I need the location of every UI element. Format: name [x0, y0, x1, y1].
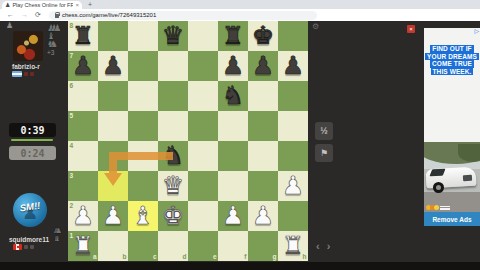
top-badge-icon — [24, 72, 28, 76]
piece-white-pawn[interactable]: ♟ — [278, 171, 308, 201]
square-c2[interactable]: ♝ — [128, 201, 158, 231]
bottom-badge-icon — [30, 245, 34, 249]
piece-black-knight[interactable]: ♞ — [218, 81, 248, 111]
square-b7[interactable]: ♟ — [98, 51, 128, 81]
address-bar[interactable]: chess.com/game/live/72649315201 — [49, 11, 317, 20]
piece-black-king[interactable]: ♚ — [248, 21, 278, 51]
bottom-strip — [0, 262, 480, 270]
square-g7[interactable]: ♟ — [248, 51, 278, 81]
square-h4[interactable] — [278, 141, 308, 171]
square-c1[interactable]: c — [128, 231, 158, 261]
top-player-name[interactable]: fabrizio-r — [12, 63, 40, 70]
tab-title: Play Chess Online for FREE... — [12, 2, 73, 8]
ad-headline: FIND OUT IF YOUR DREAMS COME TRUE THIS W… — [424, 45, 480, 75]
reload-icon[interactable]: ⟳ — [35, 10, 41, 20]
square-c4[interactable] — [128, 141, 158, 171]
captured-piece-group: ♝♝ — [53, 235, 62, 243]
square-f2[interactable]: ♟ — [218, 201, 248, 231]
forward-icon[interactable]: → — [21, 10, 28, 20]
square-e2[interactable] — [188, 201, 218, 231]
square-d4[interactable]: ♞ — [158, 141, 188, 171]
square-d6[interactable] — [158, 81, 188, 111]
red-white-flag-icon — [13, 244, 22, 250]
square-f1[interactable]: f — [218, 231, 248, 261]
square-d2[interactable]: ♚ — [158, 201, 188, 231]
square-f8[interactable]: ♜ — [218, 21, 248, 51]
ad-headline-line: FIND OUT IF — [430, 45, 473, 53]
back-icon[interactable]: ← — [7, 10, 14, 20]
rank-label: 5 — [70, 112, 74, 119]
argentina-flag-icon — [12, 71, 22, 77]
ad-headline-line: THIS WEEK. — [431, 68, 474, 76]
square-g5[interactable] — [248, 111, 278, 141]
piece-black-pawn[interactable]: ♟ — [68, 51, 98, 81]
top-player-avatar[interactable] — [13, 31, 43, 61]
chess-board[interactable]: 8♜♛♜♚7♟♟♟♟♟6♞54♞3♛♟2♟♟♝♚♟♟1a♜bcdefgh♜ — [68, 21, 308, 261]
piece-white-pawn[interactable]: ♟ — [98, 201, 128, 231]
square-d5[interactable] — [158, 111, 188, 141]
ad-car-image — [424, 142, 480, 213]
ad-close-button[interactable]: × — [407, 25, 415, 33]
rank-label: 3 — [70, 172, 74, 179]
square-d8[interactable]: ♛ — [158, 21, 188, 51]
lock-icon — [55, 14, 59, 18]
board-area: 8♜♛♜♚7♟♟♟♟♟6♞54♞3♛♟2♟♟♝♚♟♟1a♜bcdefgh♜ — [68, 21, 308, 261]
square-b1[interactable]: b — [98, 231, 128, 261]
browser-tab[interactable]: ♟ Play Chess Online for FREE... × — [2, 1, 82, 9]
file-label: g — [273, 253, 277, 260]
square-f7[interactable]: ♟ — [218, 51, 248, 81]
prev-move-button[interactable]: ‹ — [316, 240, 320, 252]
pch-logo — [426, 205, 450, 210]
piece-black-pawn[interactable]: ♟ — [218, 51, 248, 81]
square-e4[interactable] — [188, 141, 218, 171]
square-a8[interactable]: 8♜ — [68, 21, 98, 51]
square-e1[interactable]: e — [188, 231, 218, 261]
piece-white-queen[interactable]: ♛ — [158, 171, 188, 201]
bottom-player-name[interactable]: squidmore11 — [9, 236, 49, 243]
square-e7[interactable] — [188, 51, 218, 81]
chess-page: ♟ ♟♟♟♝♞♞+3 fabrizio-r 0:39 0:24 ♟ SM!! s… — [0, 21, 480, 262]
square-f5[interactable] — [218, 111, 248, 141]
square-e6[interactable] — [188, 81, 218, 111]
bottom-badge-icon — [24, 245, 28, 249]
square-h7[interactable]: ♟ — [278, 51, 308, 81]
square-a5[interactable]: 5 — [68, 111, 98, 141]
piece-white-pawn[interactable]: ♟ — [218, 201, 248, 231]
resign-flag-icon: ⚑ — [320, 148, 328, 158]
piece-black-pawn[interactable]: ♟ — [98, 51, 128, 81]
bottom-player-avatar[interactable]: ♟ SM!! — [13, 193, 47, 227]
square-g4[interactable] — [248, 141, 278, 171]
top-player-flag-row — [12, 71, 34, 77]
square-b3[interactable] — [98, 171, 128, 201]
square-g1[interactable]: g — [248, 231, 278, 261]
square-h1[interactable]: h♜ — [278, 231, 308, 261]
resign-button[interactable]: ⚑ — [315, 144, 333, 162]
player-color-pawn-icon: ♟ — [6, 22, 13, 30]
square-a2[interactable]: 2♟ — [68, 201, 98, 231]
square-d1[interactable]: d — [158, 231, 188, 261]
square-h8[interactable] — [278, 21, 308, 51]
file-label: b — [123, 253, 127, 260]
piece-black-rook[interactable]: ♜ — [68, 21, 98, 51]
square-f6[interactable]: ♞ — [218, 81, 248, 111]
square-h2[interactable] — [278, 201, 308, 231]
square-h5[interactable] — [278, 111, 308, 141]
piece-white-king[interactable]: ♚ — [158, 201, 188, 231]
square-c5[interactable] — [128, 111, 158, 141]
chess-favicon-icon: ♟ — [5, 2, 10, 8]
square-a7[interactable]: 7♟ — [68, 51, 98, 81]
square-a3[interactable]: 3 — [68, 171, 98, 201]
square-d3[interactable]: ♛ — [158, 171, 188, 201]
avatar-monogram: SM!! — [14, 199, 45, 214]
draw-offer-button[interactable]: ½ — [315, 122, 333, 140]
piece-white-pawn[interactable]: ♟ — [68, 201, 98, 231]
bottom-captured-pieces: ♟♟♟♝♝ — [53, 227, 62, 243]
square-c7[interactable] — [128, 51, 158, 81]
material-advantage: +3 — [47, 49, 65, 56]
square-c3[interactable] — [128, 171, 158, 201]
url-text[interactable]: chess.com/game/live/72649315201 — [62, 12, 156, 18]
square-c8[interactable] — [128, 21, 158, 51]
square-e5[interactable] — [188, 111, 218, 141]
car-hub-graphic — [436, 185, 441, 190]
browser-window: ♟ Play Chess Online for FREE... × + ← → … — [0, 0, 480, 270]
square-h3[interactable]: ♟ — [278, 171, 308, 201]
square-d7[interactable] — [158, 51, 188, 81]
browser-toolbar: ← → ⟳ chess.com/game/live/72649315201 — [0, 9, 480, 21]
square-e8[interactable] — [188, 21, 218, 51]
clock-progress-bar — [11, 139, 53, 141]
settings-gear-icon[interactable]: ⚙ — [312, 23, 319, 31]
captured-piece-group: ♟♟♟ — [53, 227, 62, 235]
piece-black-knight[interactable]: ♞ — [158, 141, 188, 171]
piece-white-rook[interactable]: ♜ — [68, 231, 98, 261]
square-f3[interactable] — [218, 171, 248, 201]
square-b4[interactable] — [98, 141, 128, 171]
square-g2[interactable]: ♟ — [248, 201, 278, 231]
bottom-player-clock: 0:24 — [9, 146, 56, 160]
rank-label: 4 — [70, 142, 74, 149]
piece-black-queen[interactable]: ♛ — [158, 21, 188, 51]
top-badge-icon — [30, 72, 34, 76]
new-tab-button[interactable]: + — [88, 1, 92, 9]
trees-graphic — [458, 144, 480, 162]
piece-white-pawn[interactable]: ♟ — [248, 201, 278, 231]
car-vent-graphic — [463, 175, 472, 181]
top-player-clock: 0:39 — [9, 123, 56, 137]
square-b5[interactable] — [98, 111, 128, 141]
file-label: d — [183, 253, 187, 260]
ad-headline-line: COME TRUE — [430, 60, 474, 68]
square-b6[interactable] — [98, 81, 128, 111]
piece-white-rook[interactable]: ♜ — [278, 231, 308, 261]
top-captured-pieces: ♟♟♟♝♞♞+3 — [47, 24, 65, 56]
square-g3[interactable] — [248, 171, 278, 201]
piece-white-bishop[interactable]: ♝ — [128, 201, 158, 231]
adchoices-icon[interactable]: ▷ — [474, 28, 479, 35]
piece-black-rook[interactable]: ♜ — [218, 21, 248, 51]
remove-ads-button[interactable]: Remove Ads — [424, 212, 480, 226]
square-g8[interactable]: ♚ — [248, 21, 278, 51]
square-a6[interactable]: 6 — [68, 81, 98, 111]
rank-label: 6 — [70, 82, 74, 89]
browser-tab-bar: ♟ Play Chess Online for FREE... × + — [0, 0, 480, 9]
file-label: c — [153, 253, 157, 260]
square-a1[interactable]: 1a♜ — [68, 231, 98, 261]
captured-knight-icon: ♞ — [50, 40, 58, 48]
file-label: f — [244, 253, 246, 260]
bottom-player-flag-row — [13, 244, 34, 250]
piece-black-pawn[interactable]: ♟ — [248, 51, 278, 81]
square-e3[interactable] — [188, 171, 218, 201]
captured-piece-group: ♞♞ — [47, 40, 65, 48]
file-label: e — [213, 253, 217, 260]
square-b2[interactable]: ♟ — [98, 201, 128, 231]
square-c6[interactable] — [128, 81, 158, 111]
piece-black-pawn[interactable]: ♟ — [278, 51, 308, 81]
square-a4[interactable]: 4 — [68, 141, 98, 171]
square-g6[interactable] — [248, 81, 278, 111]
move-navigation: ‹ › — [316, 240, 330, 252]
square-h6[interactable] — [278, 81, 308, 111]
ad-panel[interactable]: ▷ FIND OUT IF YOUR DREAMS COME TRUE THIS… — [424, 28, 480, 226]
tab-close-icon[interactable]: × — [75, 2, 79, 8]
ad-headline-line: YOUR DREAMS — [425, 53, 479, 61]
captured-bishop-icon: ♝ — [54, 235, 60, 243]
captured-pawn-icon: ♟ — [56, 227, 62, 235]
square-f4[interactable] — [218, 141, 248, 171]
square-b8[interactable] — [98, 21, 128, 51]
next-move-button[interactable]: › — [327, 240, 331, 252]
